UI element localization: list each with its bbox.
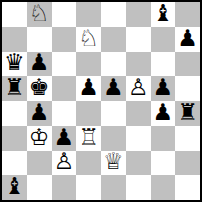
square-e6[interactable] xyxy=(101,52,126,77)
square-h7[interactable]: ♟ xyxy=(175,27,200,52)
square-b5[interactable]: ♚ xyxy=(27,76,52,101)
square-g7[interactable] xyxy=(151,27,176,52)
square-c3[interactable]: ♟ xyxy=(52,126,77,151)
square-h4[interactable]: ♜ xyxy=(175,101,200,126)
square-f6[interactable] xyxy=(126,52,151,77)
black-pawn: ♟ xyxy=(29,101,50,124)
white-king: ♔ xyxy=(29,126,50,149)
square-b2[interactable] xyxy=(27,151,52,176)
black-pawn: ♟ xyxy=(78,76,99,99)
square-g1[interactable] xyxy=(151,175,176,200)
square-e5[interactable]: ♟ xyxy=(101,76,126,101)
white-pawn: ♙ xyxy=(54,151,75,174)
chess-board: ♘♝♘♟♛♟♜♚♟♟♙♟♟♟♜♔♟♖♙♕♝ xyxy=(0,0,202,202)
square-g5[interactable]: ♟ xyxy=(151,76,176,101)
square-f1[interactable] xyxy=(126,175,151,200)
black-queen: ♛ xyxy=(4,52,25,75)
square-g4[interactable]: ♟ xyxy=(151,101,176,126)
square-e8[interactable] xyxy=(101,2,126,27)
square-b1[interactable] xyxy=(27,175,52,200)
square-h5[interactable] xyxy=(175,76,200,101)
black-king: ♚ xyxy=(29,76,50,99)
square-b7[interactable] xyxy=(27,27,52,52)
square-h6[interactable] xyxy=(175,52,200,77)
square-e2[interactable]: ♕ xyxy=(101,151,126,176)
square-c5[interactable] xyxy=(52,76,77,101)
square-g6[interactable] xyxy=(151,52,176,77)
square-d4[interactable] xyxy=(76,101,101,126)
square-g3[interactable] xyxy=(151,126,176,151)
black-pawn: ♟ xyxy=(153,101,174,124)
square-e4[interactable] xyxy=(101,101,126,126)
square-d6[interactable] xyxy=(76,52,101,77)
square-e1[interactable] xyxy=(101,175,126,200)
square-c8[interactable] xyxy=(52,2,77,27)
square-e7[interactable] xyxy=(101,27,126,52)
black-pawn: ♟ xyxy=(103,76,124,99)
square-g2[interactable] xyxy=(151,151,176,176)
square-f2[interactable] xyxy=(126,151,151,176)
square-d2[interactable] xyxy=(76,151,101,176)
square-b8[interactable]: ♘ xyxy=(27,2,52,27)
square-a6[interactable]: ♛ xyxy=(2,52,27,77)
white-pawn: ♙ xyxy=(128,76,149,99)
square-a3[interactable] xyxy=(2,126,27,151)
square-d7[interactable]: ♘ xyxy=(76,27,101,52)
square-c7[interactable] xyxy=(52,27,77,52)
square-c2[interactable]: ♙ xyxy=(52,151,77,176)
square-a8[interactable] xyxy=(2,2,27,27)
black-pawn: ♟ xyxy=(29,52,50,75)
square-b6[interactable]: ♟ xyxy=(27,52,52,77)
square-f7[interactable] xyxy=(126,27,151,52)
black-pawn: ♟ xyxy=(54,126,75,149)
square-f3[interactable] xyxy=(126,126,151,151)
square-h1[interactable] xyxy=(175,175,200,200)
black-rook: ♜ xyxy=(4,76,25,99)
black-bishop: ♝ xyxy=(4,175,25,198)
square-d3[interactable]: ♖ xyxy=(76,126,101,151)
square-h2[interactable] xyxy=(175,151,200,176)
black-pawn: ♟ xyxy=(153,76,174,99)
square-c6[interactable] xyxy=(52,52,77,77)
square-a4[interactable] xyxy=(2,101,27,126)
square-f8[interactable] xyxy=(126,2,151,27)
square-b4[interactable]: ♟ xyxy=(27,101,52,126)
square-c4[interactable] xyxy=(52,101,77,126)
square-f5[interactable]: ♙ xyxy=(126,76,151,101)
square-g8[interactable]: ♝ xyxy=(151,2,176,27)
square-h8[interactable] xyxy=(175,2,200,27)
square-a5[interactable]: ♜ xyxy=(2,76,27,101)
square-a7[interactable] xyxy=(2,27,27,52)
black-pawn: ♟ xyxy=(177,27,198,50)
white-rook: ♖ xyxy=(78,126,99,149)
black-bishop: ♝ xyxy=(153,2,174,25)
white-knight: ♘ xyxy=(29,2,50,25)
white-knight: ♘ xyxy=(78,27,99,50)
square-b3[interactable]: ♔ xyxy=(27,126,52,151)
square-f4[interactable] xyxy=(126,101,151,126)
black-rook: ♜ xyxy=(177,101,198,124)
square-a1[interactable]: ♝ xyxy=(2,175,27,200)
white-queen: ♕ xyxy=(103,151,124,174)
square-c1[interactable] xyxy=(52,175,77,200)
square-d1[interactable] xyxy=(76,175,101,200)
square-e3[interactable] xyxy=(101,126,126,151)
square-d5[interactable]: ♟ xyxy=(76,76,101,101)
square-a2[interactable] xyxy=(2,151,27,176)
square-d8[interactable] xyxy=(76,2,101,27)
square-h3[interactable] xyxy=(175,126,200,151)
